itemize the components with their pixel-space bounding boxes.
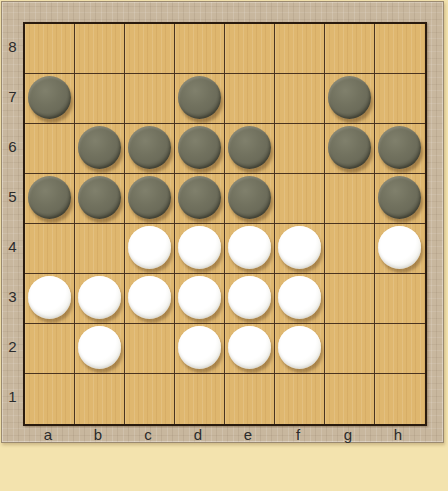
white-disc-e3 xyxy=(228,276,271,319)
board-frame: 87654321 abcdefgh xyxy=(1,1,444,443)
rank-label-5: 5 xyxy=(2,172,23,222)
black-disc-a7 xyxy=(28,76,71,119)
square-b2[interactable] xyxy=(75,324,125,374)
white-disc-e4 xyxy=(228,226,271,269)
file-label-c: c xyxy=(123,427,173,444)
square-h5[interactable] xyxy=(375,174,425,224)
square-a8[interactable] xyxy=(25,24,75,74)
black-disc-g7 xyxy=(328,76,371,119)
square-h8[interactable] xyxy=(375,24,425,74)
square-d5[interactable] xyxy=(175,174,225,224)
square-b6[interactable] xyxy=(75,124,125,174)
square-g3[interactable] xyxy=(325,274,375,324)
white-disc-f2 xyxy=(278,326,321,369)
white-disc-f4 xyxy=(278,226,321,269)
square-c8[interactable] xyxy=(125,24,175,74)
black-disc-c6 xyxy=(128,126,171,169)
white-disc-c3 xyxy=(128,276,171,319)
square-d4[interactable] xyxy=(175,224,225,274)
square-f6[interactable] xyxy=(275,124,325,174)
file-label-g: g xyxy=(323,427,373,444)
square-e5[interactable] xyxy=(225,174,275,224)
rank-label-8: 8 xyxy=(2,22,23,72)
rank-label-1: 1 xyxy=(2,372,23,422)
square-a5[interactable] xyxy=(25,174,75,224)
rank-label-2: 2 xyxy=(2,322,23,372)
white-disc-b2 xyxy=(78,326,121,369)
file-label-e: e xyxy=(223,427,273,444)
square-f8[interactable] xyxy=(275,24,325,74)
square-b1[interactable] xyxy=(75,374,125,424)
square-e8[interactable] xyxy=(225,24,275,74)
square-a6[interactable] xyxy=(25,124,75,174)
square-e1[interactable] xyxy=(225,374,275,424)
black-disc-d6 xyxy=(178,126,221,169)
file-label-f: f xyxy=(273,427,323,444)
square-g6[interactable] xyxy=(325,124,375,174)
square-g7[interactable] xyxy=(325,74,375,124)
square-e4[interactable] xyxy=(225,224,275,274)
square-f7[interactable] xyxy=(275,74,325,124)
file-label-a: a xyxy=(23,427,73,444)
square-e3[interactable] xyxy=(225,274,275,324)
black-disc-c5 xyxy=(128,176,171,219)
square-h7[interactable] xyxy=(375,74,425,124)
white-disc-h4 xyxy=(378,226,421,269)
square-b3[interactable] xyxy=(75,274,125,324)
square-e2[interactable] xyxy=(225,324,275,374)
file-label-b: b xyxy=(73,427,123,444)
square-b4[interactable] xyxy=(75,224,125,274)
file-labels: abcdefgh xyxy=(23,427,423,444)
white-disc-f3 xyxy=(278,276,321,319)
black-disc-h6 xyxy=(378,126,421,169)
square-c4[interactable] xyxy=(125,224,175,274)
rank-label-3: 3 xyxy=(2,272,23,322)
square-f4[interactable] xyxy=(275,224,325,274)
file-label-d: d xyxy=(173,427,223,444)
square-d3[interactable] xyxy=(175,274,225,324)
square-d1[interactable] xyxy=(175,374,225,424)
white-disc-d4 xyxy=(178,226,221,269)
black-disc-e5 xyxy=(228,176,271,219)
square-b8[interactable] xyxy=(75,24,125,74)
square-c1[interactable] xyxy=(125,374,175,424)
white-disc-d2 xyxy=(178,326,221,369)
black-disc-d5 xyxy=(178,176,221,219)
square-f2[interactable] xyxy=(275,324,325,374)
file-label-h: h xyxy=(373,427,423,444)
square-a2[interactable] xyxy=(25,324,75,374)
square-c2[interactable] xyxy=(125,324,175,374)
white-disc-a3 xyxy=(28,276,71,319)
black-disc-b6 xyxy=(78,126,121,169)
square-c6[interactable] xyxy=(125,124,175,174)
square-e6[interactable] xyxy=(225,124,275,174)
square-h3[interactable] xyxy=(375,274,425,324)
rank-label-6: 6 xyxy=(2,122,23,172)
square-f3[interactable] xyxy=(275,274,325,324)
square-d7[interactable] xyxy=(175,74,225,124)
black-disc-d7 xyxy=(178,76,221,119)
white-disc-e2 xyxy=(228,326,271,369)
square-h1[interactable] xyxy=(375,374,425,424)
square-c7[interactable] xyxy=(125,74,175,124)
white-disc-b3 xyxy=(78,276,121,319)
square-a4[interactable] xyxy=(25,224,75,274)
square-g5[interactable] xyxy=(325,174,375,224)
square-d6[interactable] xyxy=(175,124,225,174)
square-f5[interactable] xyxy=(275,174,325,224)
black-disc-b5 xyxy=(78,176,121,219)
black-disc-h5 xyxy=(378,176,421,219)
rank-label-7: 7 xyxy=(2,72,23,122)
square-g4[interactable] xyxy=(325,224,375,274)
othello-board xyxy=(23,22,427,426)
white-disc-d3 xyxy=(178,276,221,319)
square-h4[interactable] xyxy=(375,224,425,274)
black-disc-a5 xyxy=(28,176,71,219)
square-b7[interactable] xyxy=(75,74,125,124)
square-g1[interactable] xyxy=(325,374,375,424)
square-d2[interactable] xyxy=(175,324,225,374)
square-f1[interactable] xyxy=(275,374,325,424)
othello-game-screen: 87654321 abcdefgh xyxy=(0,0,448,491)
black-disc-e6 xyxy=(228,126,271,169)
black-disc-g6 xyxy=(328,126,371,169)
square-e7[interactable] xyxy=(225,74,275,124)
square-c3[interactable] xyxy=(125,274,175,324)
square-a7[interactable] xyxy=(25,74,75,124)
square-d8[interactable] xyxy=(175,24,225,74)
square-b5[interactable] xyxy=(75,174,125,224)
square-h6[interactable] xyxy=(375,124,425,174)
white-disc-c4 xyxy=(128,226,171,269)
square-g8[interactable] xyxy=(325,24,375,74)
rank-label-4: 4 xyxy=(2,222,23,272)
rank-labels: 87654321 xyxy=(2,22,23,422)
square-c5[interactable] xyxy=(125,174,175,224)
square-a1[interactable] xyxy=(25,374,75,424)
square-g2[interactable] xyxy=(325,324,375,374)
square-a3[interactable] xyxy=(25,274,75,324)
square-h2[interactable] xyxy=(375,324,425,374)
